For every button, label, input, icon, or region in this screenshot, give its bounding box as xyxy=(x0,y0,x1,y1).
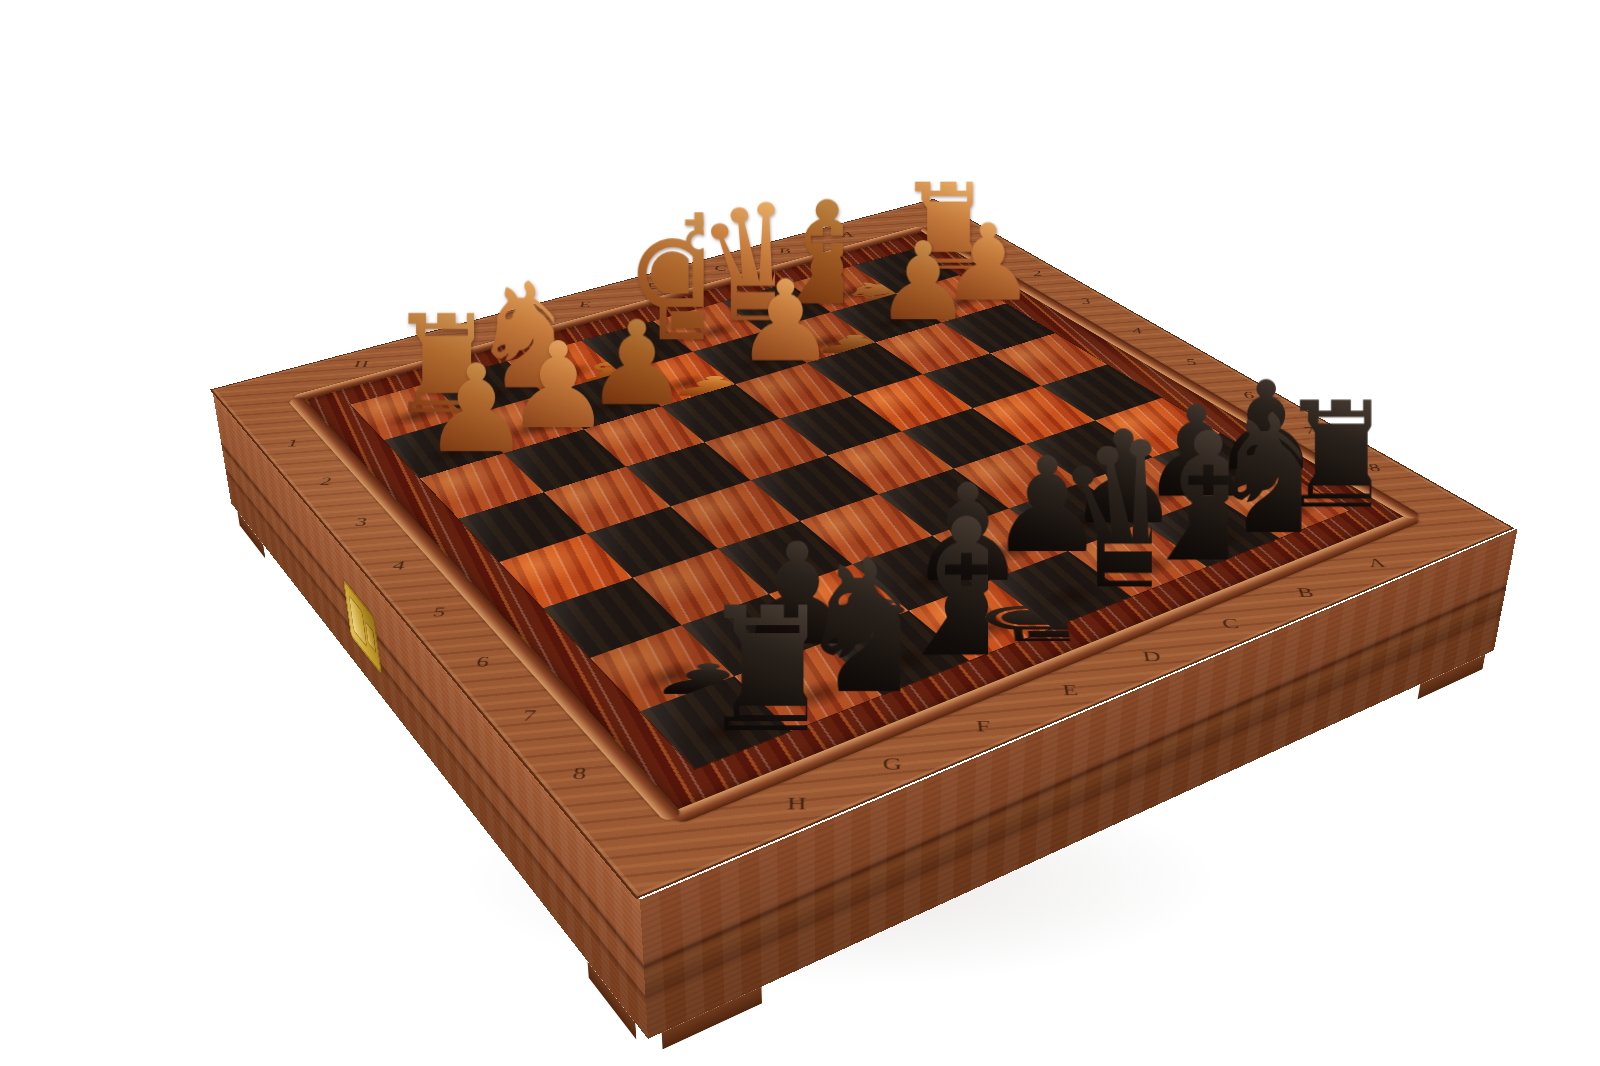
scene: HGFEDCBA HGFEDCBA 12345678 12345678 ♜♞♝♚… xyxy=(0,0,1600,1066)
case-foot xyxy=(1418,654,1486,699)
black-queen-d8[interactable]: ♛ xyxy=(1050,416,1152,618)
coordinate-label: 8 xyxy=(571,764,587,784)
coordinate-label: 6 xyxy=(474,653,490,670)
coordinate-label: F xyxy=(975,717,991,736)
chess-case-stage: HGFEDCBA HGFEDCBA 12345678 12345678 ♜♞♝♚… xyxy=(355,0,1295,925)
coordinate-label: A xyxy=(1365,555,1388,570)
coordinate-label: C xyxy=(714,264,727,273)
coordinate-label: 3 xyxy=(1080,296,1092,306)
coordinate-label: E xyxy=(578,300,591,310)
coordinate-label: H xyxy=(787,793,807,814)
black-rook-h8[interactable]: ♜ xyxy=(695,585,807,757)
latch-plate xyxy=(349,594,368,648)
coordinate-label: 2 xyxy=(1031,269,1042,278)
coordinate-label: 1 xyxy=(986,242,996,251)
white-pawn-h2[interactable]: ♟ xyxy=(422,349,513,471)
coordinate-label: B xyxy=(1295,585,1316,600)
coordinate-label: H xyxy=(352,359,370,370)
coordinate-label: D xyxy=(646,281,661,290)
coordinate-label: 4 xyxy=(1131,326,1143,336)
coordinate-label: 1 xyxy=(284,437,300,449)
coordinate-label: 3 xyxy=(353,515,369,529)
coordinate-label: 7 xyxy=(521,706,537,724)
brass-latch-icon[interactable] xyxy=(343,579,382,676)
coordinate-label: A xyxy=(841,230,854,238)
coordinate-label: 5 xyxy=(1184,357,1197,368)
latch-hook xyxy=(365,620,376,653)
coordinate-label: 5 xyxy=(431,604,447,620)
coordinate-label: 4 xyxy=(390,558,406,573)
coordinate-label: E xyxy=(1060,681,1078,699)
coordinate-label: 2 xyxy=(318,475,334,488)
coordinate-label: B xyxy=(779,247,791,256)
coordinate-label: G xyxy=(882,754,902,774)
white-pawn-d2[interactable]: ♟ xyxy=(735,265,819,377)
white-pawn-b2[interactable]: ♟ xyxy=(875,228,956,336)
case-foot xyxy=(237,511,265,559)
